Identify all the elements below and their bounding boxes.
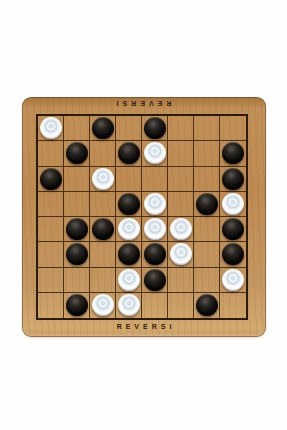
cell-a8[interactable]	[38, 293, 64, 318]
cell-f7[interactable]	[168, 268, 194, 293]
cell-g7[interactable]	[194, 268, 220, 293]
cell-b8[interactable]	[64, 293, 90, 318]
white-disc-d5	[118, 218, 140, 240]
white-disc-f5	[170, 218, 192, 240]
cell-g1[interactable]	[194, 116, 220, 141]
black-disc-b5	[66, 218, 88, 240]
cell-d6[interactable]	[116, 242, 142, 267]
cell-c6[interactable]	[90, 242, 116, 267]
black-disc-d6	[118, 243, 140, 265]
white-disc-e5	[144, 218, 166, 240]
cell-e3[interactable]	[142, 167, 168, 192]
cell-e7[interactable]	[142, 268, 168, 293]
white-disc-e4	[144, 193, 166, 215]
cell-b5[interactable]	[64, 217, 90, 242]
black-disc-b6	[66, 243, 88, 265]
white-disc-h7	[222, 269, 244, 291]
black-disc-h5	[222, 218, 244, 240]
cell-d8[interactable]	[116, 293, 142, 318]
black-disc-g8	[196, 294, 218, 316]
black-disc-b8	[66, 294, 88, 316]
cell-a1[interactable]	[38, 116, 64, 141]
black-disc-h2	[222, 142, 244, 164]
cell-e4[interactable]	[142, 192, 168, 217]
cell-c8[interactable]	[90, 293, 116, 318]
black-disc-e6	[144, 243, 166, 265]
cell-b2[interactable]	[64, 141, 90, 166]
cell-h2[interactable]	[220, 141, 246, 166]
cell-c1[interactable]	[90, 116, 116, 141]
cell-f5[interactable]	[168, 217, 194, 242]
cell-b3[interactable]	[64, 167, 90, 192]
cell-h1[interactable]	[220, 116, 246, 141]
cell-c4[interactable]	[90, 192, 116, 217]
cell-g4[interactable]	[194, 192, 220, 217]
white-disc-a1	[40, 117, 62, 139]
cell-b4[interactable]	[64, 192, 90, 217]
white-disc-f6	[170, 243, 192, 265]
cell-a5[interactable]	[38, 217, 64, 242]
white-disc-h4	[222, 193, 244, 215]
white-disc-e2	[144, 142, 166, 164]
white-disc-d8	[118, 294, 140, 316]
cell-g5[interactable]	[194, 217, 220, 242]
cell-h7[interactable]	[220, 268, 246, 293]
cell-a4[interactable]	[38, 192, 64, 217]
cell-g6[interactable]	[194, 242, 220, 267]
cell-d5[interactable]	[116, 217, 142, 242]
black-disc-d4	[118, 193, 140, 215]
black-disc-h6	[222, 243, 244, 265]
photo-background: REVERSI REVERSi	[0, 0, 287, 430]
cell-c3[interactable]	[90, 167, 116, 192]
cell-d2[interactable]	[116, 141, 142, 166]
cell-h8[interactable]	[220, 293, 246, 318]
black-disc-g4	[196, 193, 218, 215]
white-disc-c8	[92, 294, 114, 316]
cell-a2[interactable]	[38, 141, 64, 166]
white-disc-c3	[92, 168, 114, 190]
cell-d4[interactable]	[116, 192, 142, 217]
cell-a3[interactable]	[38, 167, 64, 192]
black-disc-c5	[92, 218, 114, 240]
black-disc-e1	[144, 117, 166, 139]
brand-label-top: REVERSI	[22, 100, 266, 107]
cell-g3[interactable]	[194, 167, 220, 192]
cell-h3[interactable]	[220, 167, 246, 192]
cell-e5[interactable]	[142, 217, 168, 242]
cell-b6[interactable]	[64, 242, 90, 267]
reversi-board: REVERSI REVERSi	[22, 97, 266, 337]
cell-e1[interactable]	[142, 116, 168, 141]
cell-g8[interactable]	[194, 293, 220, 318]
black-disc-a3	[40, 168, 62, 190]
cell-h6[interactable]	[220, 242, 246, 267]
cell-f3[interactable]	[168, 167, 194, 192]
cell-c2[interactable]	[90, 141, 116, 166]
cell-b7[interactable]	[64, 268, 90, 293]
board-grid	[36, 114, 248, 320]
cell-b1[interactable]	[64, 116, 90, 141]
black-disc-c1	[92, 117, 114, 139]
black-disc-b2	[66, 142, 88, 164]
black-disc-d2	[118, 142, 140, 164]
brand-label-bottom: REVERSi	[22, 323, 266, 330]
cell-f8[interactable]	[168, 293, 194, 318]
cell-h5[interactable]	[220, 217, 246, 242]
cell-g2[interactable]	[194, 141, 220, 166]
cell-d1[interactable]	[116, 116, 142, 141]
cell-f6[interactable]	[168, 242, 194, 267]
cell-c5[interactable]	[90, 217, 116, 242]
cell-d7[interactable]	[116, 268, 142, 293]
cell-h4[interactable]	[220, 192, 246, 217]
cell-a7[interactable]	[38, 268, 64, 293]
cell-f2[interactable]	[168, 141, 194, 166]
cell-a6[interactable]	[38, 242, 64, 267]
white-disc-d7	[118, 269, 140, 291]
cell-e8[interactable]	[142, 293, 168, 318]
cell-f4[interactable]	[168, 192, 194, 217]
black-disc-e7	[144, 269, 166, 291]
cell-d3[interactable]	[116, 167, 142, 192]
black-disc-h3	[222, 168, 244, 190]
cell-e6[interactable]	[142, 242, 168, 267]
cell-f1[interactable]	[168, 116, 194, 141]
cell-c7[interactable]	[90, 268, 116, 293]
cell-e2[interactable]	[142, 141, 168, 166]
